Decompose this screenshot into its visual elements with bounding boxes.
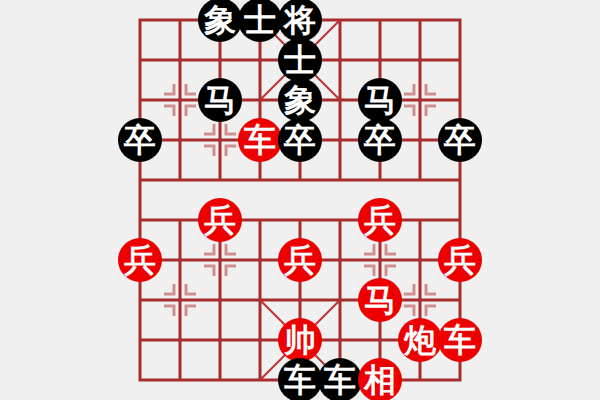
black-soldier[interactable]: 卒 — [118, 118, 162, 162]
piece-grid: 象士将士马象马卒车卒卒卒兵兵兵兵兵马帅炮车车车相 — [120, 0, 480, 400]
black-soldier[interactable]: 卒 — [438, 118, 482, 162]
black-chariot[interactable]: 车 — [318, 358, 362, 400]
red-soldier[interactable]: 兵 — [438, 238, 482, 282]
red-elephant[interactable]: 相 — [358, 358, 402, 400]
red-soldier[interactable]: 兵 — [358, 198, 402, 242]
xiangqi-position-screenshot: 象士将士马象马卒车卒卒卒兵兵兵兵兵马帅炮车车车相 — [0, 0, 600, 400]
red-soldier[interactable]: 兵 — [118, 238, 162, 282]
red-cannon[interactable]: 炮 — [398, 318, 442, 362]
red-chariot[interactable]: 车 — [438, 318, 482, 362]
black-horse[interactable]: 马 — [198, 78, 242, 122]
black-general[interactable]: 将 — [278, 0, 322, 42]
red-soldier[interactable]: 兵 — [198, 198, 242, 242]
red-horse[interactable]: 马 — [358, 278, 402, 322]
black-chariot[interactable]: 车 — [278, 358, 322, 400]
black-advisor[interactable]: 士 — [278, 38, 322, 82]
black-horse[interactable]: 马 — [358, 78, 402, 122]
black-elephant[interactable]: 象 — [198, 0, 242, 42]
black-soldier[interactable]: 卒 — [278, 118, 322, 162]
black-soldier[interactable]: 卒 — [358, 118, 402, 162]
red-soldier[interactable]: 兵 — [278, 238, 322, 282]
red-general[interactable]: 帅 — [278, 318, 322, 362]
red-chariot[interactable]: 车 — [238, 118, 282, 162]
black-advisor[interactable]: 士 — [238, 0, 282, 42]
black-elephant[interactable]: 象 — [278, 78, 322, 122]
